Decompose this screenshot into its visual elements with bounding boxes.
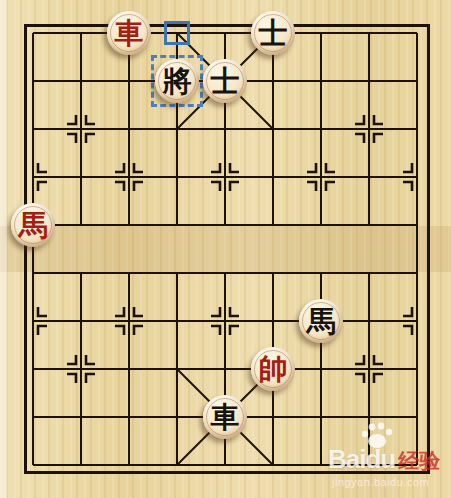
black-general-piece-d9[interactable]: 將 [155, 59, 199, 103]
move-origin-marker-d10 [164, 21, 190, 45]
board-edge-highlight [0, 0, 7, 498]
piece-glyph: 馬 [299, 299, 343, 343]
black-advisor-piece-f10[interactable]: 士 [251, 11, 295, 55]
black-advisor-piece-e9[interactable]: 士 [203, 59, 247, 103]
piece-glyph: 車 [107, 11, 151, 55]
piece-glyph: 車 [203, 395, 247, 439]
piece-glyph: 馬 [11, 203, 55, 247]
red-general-piece-f3[interactable]: 帥 [251, 347, 295, 391]
piece-glyph: 帥 [251, 347, 295, 391]
red-horse-piece-a6[interactable]: 馬 [11, 203, 55, 247]
red-chariot-piece-c10[interactable]: 車 [107, 11, 151, 55]
xiangqi-board-screen: 車士將士馬馬帥車 Baidu经验 jingyan.baidu.com [0, 0, 451, 498]
piece-glyph: 將 [155, 59, 199, 103]
piece-glyph: 士 [251, 11, 295, 55]
piece-glyph: 士 [203, 59, 247, 103]
black-chariot-piece-e2[interactable]: 車 [203, 395, 247, 439]
black-horse-piece-g4[interactable]: 馬 [299, 299, 343, 343]
